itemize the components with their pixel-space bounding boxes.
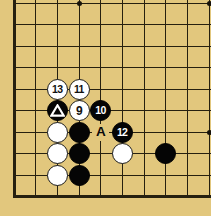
point-label-text: A — [96, 125, 106, 139]
go-stone-black[interactable] — [69, 143, 90, 164]
go-stone-white[interactable] — [47, 165, 68, 186]
go-stone-white[interactable] — [47, 143, 68, 164]
move-number: 11 — [74, 84, 84, 95]
move-number: 10 — [95, 105, 105, 116]
go-stone-white-11[interactable]: 11 — [69, 79, 90, 100]
go-stone-black[interactable] — [69, 165, 90, 186]
stones-layer: 131191012A — [4, 0, 212, 207]
go-stone-black[interactable] — [155, 143, 176, 164]
go-stone-white[interactable] — [47, 122, 68, 143]
go-board-diagram[interactable]: 131191012A — [0, 0, 211, 216]
go-stone-white-9[interactable]: 9 — [69, 100, 90, 121]
go-stone-black-10[interactable]: 10 — [90, 100, 111, 121]
go-stone-white-13[interactable]: 13 — [47, 79, 68, 100]
go-stone-white[interactable] — [112, 143, 133, 164]
go-stone-black-12[interactable]: 12 — [112, 122, 133, 143]
point-label-a[interactable]: A — [92, 124, 109, 141]
go-stone-black[interactable] — [47, 100, 68, 121]
move-number: 13 — [52, 84, 62, 95]
move-number: 12 — [117, 127, 127, 138]
triangle-mark-icon — [50, 104, 65, 117]
go-stone-black[interactable] — [69, 122, 90, 143]
move-number: 9 — [76, 105, 83, 117]
